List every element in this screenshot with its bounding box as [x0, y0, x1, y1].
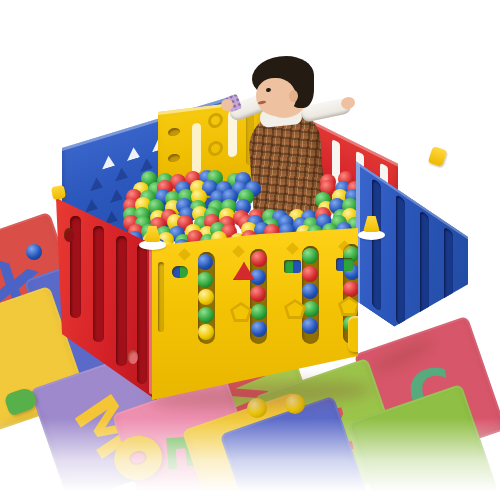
play-ball-green — [198, 307, 214, 323]
oval-hole — [168, 127, 180, 136]
ball-slot — [198, 252, 215, 344]
photo-fade — [0, 418, 500, 500]
diamond-emboss — [286, 242, 299, 255]
play-ball-red — [250, 286, 266, 302]
triangle-hole — [102, 154, 115, 170]
panel-slot — [372, 178, 381, 312]
pentagon-emboss — [230, 302, 252, 322]
corner-cap-small — [428, 146, 448, 167]
edge-slot — [158, 262, 164, 332]
play-ball-yellow — [198, 289, 214, 305]
play-ball-green — [198, 272, 213, 288]
play-ball-red — [302, 266, 318, 282]
keyhole-cutout — [172, 266, 188, 278]
play-ball-blue — [198, 254, 213, 270]
square-cutout — [284, 260, 301, 273]
oval-hole — [64, 228, 74, 242]
triangle-emboss — [110, 187, 123, 203]
triangle-emboss — [140, 156, 153, 172]
panel-slot — [116, 236, 127, 366]
panel-slot — [396, 194, 405, 328]
play-ball-red — [343, 281, 359, 297]
panel-slot — [93, 226, 104, 342]
ball-slot — [302, 246, 319, 344]
hinge-tab — [348, 316, 370, 352]
play-ball-green — [302, 248, 318, 264]
panel-slot — [137, 244, 147, 384]
oval-hole — [128, 350, 138, 364]
play-ball-blue — [26, 244, 42, 260]
play-ball-green — [251, 304, 267, 320]
play-ball-red — [251, 251, 267, 267]
triangle-emboss — [85, 197, 98, 213]
triangle-emboss — [90, 175, 103, 191]
square-cutout — [336, 258, 353, 271]
round-hole — [208, 140, 223, 157]
toddler-left-hand — [221, 99, 233, 111]
play-ball-blue — [251, 321, 267, 337]
photo: XBTCWMZEF — [0, 0, 500, 500]
slot-opening — [192, 123, 201, 174]
play-ball-blue — [302, 318, 318, 334]
play-ball-blue — [302, 283, 318, 299]
triangle-emboss — [115, 166, 128, 182]
diamond-emboss — [232, 245, 245, 258]
toddler-ear — [289, 90, 298, 102]
ball-slot — [250, 249, 267, 344]
corner-cap-small — [51, 185, 66, 200]
diamond-emboss — [178, 248, 191, 261]
round-hole — [208, 112, 223, 129]
panel-slot — [420, 210, 429, 344]
triangle-hole — [127, 145, 140, 161]
play-ball-yellow — [198, 324, 214, 340]
oval-hole — [168, 153, 180, 162]
